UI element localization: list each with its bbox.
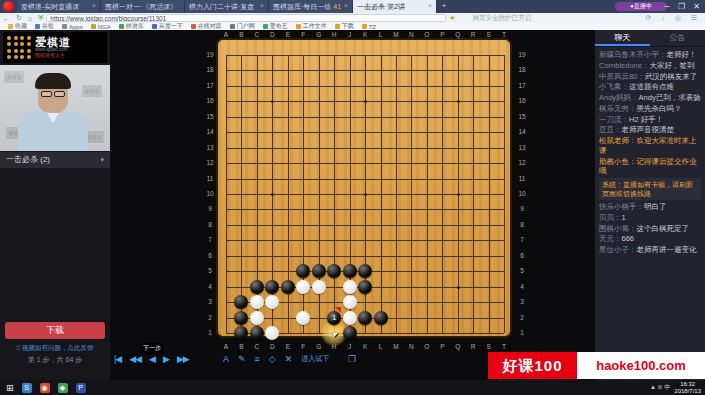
coord-label-col-bottom: K [357,343,373,350]
coord-label-row-right: 15 [516,113,528,120]
coord-label-col-bottom: D [264,343,280,350]
coord-label-row-right: 10 [516,190,528,197]
coord-label-row-right: 18 [516,66,528,73]
coord-label-col-top: N [403,31,419,38]
star-point [457,193,460,196]
url-input[interactable]: https://www.iqidao.com/bigcourse/11301 [46,14,446,22]
star-point [271,193,274,196]
favicon [35,24,40,29]
coord-label-col-top: E [280,31,296,38]
coord-label-row-right: 8 [516,221,528,228]
coord-label-row-left: 12 [204,159,216,166]
favicon [335,24,340,29]
close-icon: × [428,2,432,9]
chat-message: 一刀流：H2 好手！ [599,115,701,125]
coord-label-row-left: 18 [204,66,216,73]
logo-dot-grid-icon [6,35,32,61]
black-stone-H5 [327,264,341,278]
coord-label-col-top: G [311,31,327,38]
chat-tabs: 聊天公告 [595,30,705,47]
coord-label-row-right: 14 [516,128,528,135]
star-point [364,100,367,103]
home-icon[interactable]: ⌂ [28,15,32,22]
coord-label-col-top: C [249,31,265,38]
grid-line [411,55,412,333]
black-stone-F5 [296,264,310,278]
coord-label-row-right: 11 [516,175,528,182]
coord-label-row-left: 11 [204,175,216,182]
star-point [457,100,460,103]
white-stone-J2 [343,311,357,325]
coord-label-row-right: 16 [516,97,528,104]
star-point [271,100,274,103]
coord-label-col-top: R [465,31,481,38]
favicon [119,24,124,29]
coord-label-col-bottom: H [326,343,342,350]
white-stone-D3 [265,295,279,309]
bookmark-item[interactable]: 下载 [335,23,354,30]
browser-tab[interactable]: 围棋一对一·《死活课》× [101,0,185,13]
coord-label-col-bottom: B [233,343,249,350]
bookmark-item[interactable]: NGA [91,24,111,30]
coord-label-row-left: 15 [204,113,216,120]
chevron-down-icon: ▾ [100,152,104,168]
white-stone-C2 [250,311,264,325]
tool-button[interactable]: ✕ [285,354,293,364]
coord-label-col-bottom: M [388,343,404,350]
taskbar-app-icon[interactable]: S [22,383,32,393]
grid-line [381,55,382,333]
bookmarks-bar: 收藏谷歌AppsNGA棋谱库百度一下在线对弈门户网爱奇艺工作文件下载TZ [0,23,705,30]
grid-line [226,209,504,210]
video-help-link[interactable]: ⍰ 视频如有问题，点此反馈 [0,344,110,353]
black-stone-K5 [358,264,372,278]
grid-line [226,240,504,241]
nav-control-button[interactable]: ▶▶ [177,354,189,364]
coord-label-row-right: 17 [516,82,528,89]
current-move-flag-icon [335,307,341,313]
coord-label-row-right: 13 [516,144,528,151]
chat-message: 贝贝：1 [599,213,701,223]
chat-message: 小飞象：这道题有点难 [599,82,701,92]
chat-message: 棋乐无穷：黑先杀白吗？ [599,104,701,114]
chat-message: 豆豆：老师声音很清楚 [599,125,701,135]
chapter-dropdown[interactable]: 一击必杀 (2) ▾ [0,152,110,168]
browser-tab[interactable]: 爱棋道-实时直播课× [17,0,101,13]
taskbar-app-icon[interactable]: P [76,383,86,393]
coord-label-col-top: F [295,31,311,38]
coord-label-col-top: O [419,31,435,38]
go-board[interactable]: ➤1AABBCCDDEEFFGGHHJJKKLLMMNNOOPPQQRRSSTT… [216,38,512,338]
grid-line [226,256,504,257]
favicon [230,24,235,29]
haoke100-domain: haoke100.com [577,352,705,379]
coord-label-col-top: B [233,31,249,38]
fullscreen-button[interactable]: ❐ [348,354,356,364]
tabs: 爱棋道-实时直播课×围棋一对一·《死活课》×棋力入门二十讲·复盘×围棋题库·每日… [17,0,437,13]
coord-label-row-left: 16 [204,97,216,104]
chat-message-list: 新疆乌鲁木齐小宇：老师好！Cornbledone：大家好，签到中原风云80：武汉… [595,47,705,259]
coord-label-col-top: Q [450,31,466,38]
black-stone-D4 [265,280,279,294]
coord-label-col-bottom: E [280,343,296,350]
browser-tab[interactable]: 围棋题库·每日一练41× [269,0,353,13]
taskbar-app-icon[interactable]: ◉ [40,383,50,393]
close-icon: × [260,2,264,9]
favicon [152,24,157,29]
chat-message: 中原风云80：武汉的棋友来了 [599,72,701,82]
white-stone-F2 [296,311,310,325]
browser-tab[interactable]: 棋力入门二十讲·复盘× [185,0,269,13]
tool-button[interactable]: ≡ [255,354,260,364]
coord-label-col-bottom: A [218,343,234,350]
glasses [41,91,65,97]
coord-label-col-bottom: N [403,343,419,350]
coord-label-col-bottom: G [311,343,327,350]
refresh-icon[interactable]: ↻ [16,14,22,22]
white-stone-J3 [343,295,357,309]
coord-label-col-bottom: C [249,343,265,350]
favicon [362,24,367,29]
coord-label-col-top: L [373,31,389,38]
browser-menu-icons[interactable]: ⟳ ↓ ◎ ☰ [645,14,701,22]
coord-label-row-left: 2 [204,314,216,321]
black-stone-G5 [312,264,326,278]
white-stone-F4 [296,280,310,294]
coord-label-col-bottom: S [481,343,497,350]
coord-label-col-top: A [218,31,234,38]
grid-line [489,55,490,333]
star-point [364,193,367,196]
bookmark-item[interactable]: 爱奇艺 [263,23,288,30]
chat-message: 快乐小棋手：明白了 [599,202,701,212]
tool-button[interactable]: ✎ [238,354,246,364]
black-stone-C1 [250,326,264,340]
favicon [8,24,13,29]
bookmark-item[interactable]: 谷歌 [35,23,54,30]
iqidao-logo: 爱棋道 www.iqidao.com 围棋改变人生 [3,32,107,63]
chat-message: Andy妈妈：Andy已到，求表扬 [599,93,701,103]
black-stone-C4 [250,280,264,294]
coord-label-row-left: 5 [204,267,216,274]
grid-line [442,55,443,333]
coord-label-row-left: 14 [204,128,216,135]
haoke100-badge: 好课100 [488,352,577,379]
start-button[interactable]: ⊞ [6,383,14,393]
coord-label-col-top: T [496,31,512,38]
chat-message: 星位小子：老师再讲一遍变化 [599,245,701,255]
step-counter: 第 1 步，共 64 步 [0,355,110,365]
back-icon[interactable]: ← [3,15,10,22]
black-stone-J1 [343,326,357,340]
video-watermark: 爱棋道 [4,71,24,83]
browser-tab[interactable]: 一击必杀·第2讲× [353,0,437,13]
coord-label-col-bottom: O [419,343,435,350]
annotation-tools: A✎≡◇✕进入试下 [223,354,329,364]
coord-label-row-left: 3 [204,298,216,305]
move-number-label: 1 [327,311,341,325]
bookmark-item[interactable]: 在线对弈 [191,23,222,30]
coord-label-col-bottom: Q [450,343,466,350]
coord-label-col-top: H [326,31,342,38]
video-watermark: 爱棋道 [82,85,102,97]
download-button[interactable]: 下载 [5,322,105,339]
new-tab-button[interactable]: + [437,0,451,13]
coord-label-row-right: 9 [516,205,528,212]
qq-browser-icon[interactable] [3,1,14,12]
nav-control-button[interactable]: ◀ [149,354,155,364]
white-stone-C3 [250,295,264,309]
coord-label-row-left: 6 [204,252,216,259]
coord-label-col-bottom: R [465,343,481,350]
coord-label-col-bottom: J [342,343,358,350]
favicon [296,24,301,29]
chat-message: 松鼠老师：欢迎大家准时来上课 [599,136,701,156]
coord-label-row-right: 19 [516,51,528,58]
bookmark-item[interactable]: 棋谱库 [119,23,144,30]
chat-message: 围棋小将：这个白棋死定了 [599,224,701,234]
bookmark-item[interactable]: 工作文件 [296,23,327,30]
black-stone-K4 [358,280,372,294]
chat-message: Cornbledone：大家好，签到 [599,61,701,71]
black-stone-L2 [374,311,388,325]
coord-label-row-right: 4 [516,283,528,290]
bookmark-item[interactable]: 门户网 [230,23,255,30]
black-stone-J5 [343,264,357,278]
coord-label-col-top: J [342,31,358,38]
address-bar: ← ↻ ⌂ ⛨ https://www.iqidao.com/bigcourse… [0,13,705,23]
nav-control-button[interactable]: ▶ [163,354,169,364]
security-status-text: 网页安全防护已开启 [473,14,532,23]
white-stone-G4 [312,280,326,294]
grid-line [504,55,505,333]
chat-tab-聊天[interactable]: 聊天 [595,30,650,46]
favicon [91,24,96,29]
coord-label-col-bottom: F [295,343,311,350]
chat-message: 天元：666 [599,234,701,244]
bookmark-item[interactable]: 百度一下 [152,23,183,30]
favicon [191,24,196,29]
coord-label-row-left: 7 [204,236,216,243]
coord-label-col-bottom: L [373,343,389,350]
grid-line [226,225,504,226]
go-board-panel: ➤1AABBCCDDEEFFGGHHJJKKLLMMNNOOPPQQRRSSTT… [110,30,595,380]
black-stone-E4 [281,280,295,294]
windows-taskbar: ⊞ S◉◆P ▲ ≋ 中 16:32 2018/7/13 [0,380,705,395]
black-stone-B2 [234,311,248,325]
favicon [263,24,268,29]
shield-icon: ⛨ [38,14,43,22]
coord-label-col-top: K [357,31,373,38]
bookmark-item[interactable]: 收藏 [8,23,27,30]
coord-label-col-bottom: P [434,343,450,350]
coord-label-row-right: 5 [516,267,528,274]
window-controls[interactable]: ─ ❐ ✕ [664,0,703,13]
taskbar-clock[interactable]: 16:32 2018/7/13 [674,381,701,394]
system-notice: 系统：直播如有卡顿，请刷新页面或切换线路 [599,178,701,200]
course-sidebar: 爱棋道 www.iqidao.com 围棋改变人生 爱棋道 爱棋道 爱棋道 爱棋… [0,30,110,380]
coord-label-row-left: 19 [204,51,216,58]
tool-button[interactable]: A [223,354,229,364]
coord-label-row-right: 2 [516,314,528,321]
coord-label-col-top: M [388,31,404,38]
black-stone-K2 [358,311,372,325]
chat-message: 新疆乌鲁木齐小宇：老师好！ [599,50,701,60]
grid-line [427,55,428,333]
coord-label-row-right: 7 [516,236,528,243]
chat-panel: 聊天公告 新疆乌鲁木齐小宇：老师好！Cornbledone：大家好，签到中原风云… [595,30,705,380]
white-stone-D1 [265,326,279,340]
coord-label-row-left: 17 [204,82,216,89]
tool-button[interactable]: ◇ [269,354,276,364]
coord-label-row-left: 1 [204,329,216,336]
bookmark-item[interactable]: TZ [362,24,376,30]
trial-mode-button[interactable]: 进入试下 [301,354,329,364]
favicon [62,24,67,29]
coord-label-row-right: 1 [516,329,528,336]
screen: 爱棋道-实时直播课×围棋一对一·《死活课》×棋力入门二十讲·复盘×围棋题库·每日… [0,0,705,395]
close-icon: × [92,2,96,9]
taskbar-app-icon[interactable]: ◆ [58,383,68,393]
white-stone-J4 [343,280,357,294]
chat-message: 助教小鱼：记得课后提交作业哦 [599,157,701,177]
coord-label-col-top: S [481,31,497,38]
nav-control-button[interactable]: ◀◀ [129,354,141,364]
tray-icons[interactable]: ▲ ≋ 中 [650,383,670,392]
bookmark-item[interactable]: Apps [62,24,83,30]
close-icon: × [344,2,348,9]
black-stone-B3 [234,295,248,309]
teacher-webcam-video[interactable]: 爱棋道 爱棋道 爱棋道 爱棋道 [0,65,110,151]
coord-label-row-left: 4 [204,283,216,290]
coord-label-row-left: 8 [204,221,216,228]
nav-control-button[interactable]: |◀ [114,354,121,364]
coord-label-row-right: 3 [516,298,528,305]
coord-label-col-top: D [264,31,280,38]
star-point [457,286,460,289]
coord-label-row-left: 13 [204,144,216,151]
coord-label-row-right: 12 [516,159,528,166]
grid-line [473,55,474,333]
logo-tagline: 围棋改变人生 [35,53,71,58]
taskbar-apps: S◉◆P [22,383,94,393]
black-stone-B1 [234,326,248,340]
favorite-star-icon[interactable]: ★ [449,14,455,22]
grid-line [396,55,397,333]
coord-label-col-bottom: T [496,343,512,350]
coord-label-row-left: 10 [204,190,216,197]
coord-label-row-right: 6 [516,252,528,259]
coord-label-row-left: 9 [204,205,216,212]
coord-label-col-top: P [434,31,450,38]
control-tooltip: 下一步 [140,343,164,354]
browser-tab-bar: 爱棋道-实时直播课×围棋一对一·《死活课》×棋力入门二十讲·复盘×围棋题库·每日… [0,0,705,13]
chat-tab-公告[interactable]: 公告 [650,30,705,46]
live-extension-badge[interactable]: ●直播中 [615,2,667,11]
black-stone-H2: 1 [327,311,341,325]
system-tray: ▲ ≋ 中 16:32 2018/7/13 [650,381,701,394]
